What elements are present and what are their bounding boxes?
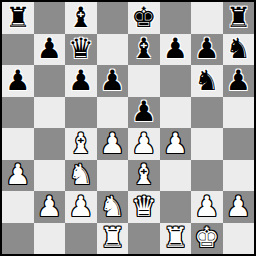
square-g7[interactable]: ♟ [191,34,223,66]
square-f6[interactable] [160,65,192,97]
square-b7[interactable]: ♟ [34,34,66,66]
square-h1[interactable] [223,223,255,255]
square-d6[interactable]: ♟ [97,65,129,97]
square-h6[interactable]: ♟ [223,65,255,97]
square-b1[interactable] [34,223,66,255]
square-a4[interactable] [2,128,34,160]
square-a1[interactable] [2,223,34,255]
square-h3[interactable] [223,160,255,192]
piece-white-pawn: ♟ [131,130,156,158]
square-e1[interactable] [128,223,160,255]
square-f2[interactable] [160,191,192,223]
piece-white-knight: ♞ [68,161,93,189]
square-e8[interactable]: ♚ [128,2,160,34]
square-h4[interactable] [223,128,255,160]
square-c2[interactable]: ♟ [65,191,97,223]
square-f1[interactable]: ♜ [160,223,192,255]
square-f8[interactable] [160,2,192,34]
piece-black-pawn: ♟ [163,35,188,63]
piece-black-knight: ♞ [194,67,219,95]
square-e6[interactable] [128,65,160,97]
piece-white-pawn: ♟ [100,130,125,158]
square-b2[interactable]: ♟ [34,191,66,223]
square-g5[interactable] [191,97,223,129]
square-c8[interactable]: ♝ [65,2,97,34]
square-c6[interactable]: ♟ [65,65,97,97]
square-a2[interactable] [2,191,34,223]
square-b4[interactable] [34,128,66,160]
piece-black-pawn: ♟ [68,67,93,95]
square-b6[interactable] [34,65,66,97]
square-a6[interactable]: ♟ [2,65,34,97]
square-h7[interactable]: ♞ [223,34,255,66]
square-b5[interactable] [34,97,66,129]
piece-black-king: ♚ [131,4,156,32]
piece-white-queen: ♛ [131,193,156,221]
square-h5[interactable] [223,97,255,129]
square-d2[interactable]: ♞ [97,191,129,223]
piece-black-pawn: ♟ [226,67,251,95]
piece-black-pawn: ♟ [37,35,62,63]
piece-white-king: ♚ [194,224,219,252]
square-f4[interactable]: ♟ [160,128,192,160]
piece-black-bishop: ♝ [68,4,93,32]
square-d8[interactable] [97,2,129,34]
square-g2[interactable]: ♟ [191,191,223,223]
square-d7[interactable] [97,34,129,66]
piece-black-pawn: ♟ [194,35,219,63]
square-d4[interactable]: ♟ [97,128,129,160]
square-a7[interactable] [2,34,34,66]
square-h8[interactable]: ♜ [223,2,255,34]
piece-white-pawn: ♟ [226,193,251,221]
piece-white-bishop: ♝ [131,161,156,189]
square-d3[interactable] [97,160,129,192]
piece-black-queen: ♛ [68,35,93,63]
piece-black-bishop: ♝ [131,35,156,63]
square-c3[interactable]: ♞ [65,160,97,192]
square-g3[interactable] [191,160,223,192]
square-e3[interactable]: ♝ [128,160,160,192]
square-d1[interactable]: ♜ [97,223,129,255]
square-a5[interactable] [2,97,34,129]
square-g6[interactable]: ♞ [191,65,223,97]
square-g8[interactable] [191,2,223,34]
square-g1[interactable]: ♚ [191,223,223,255]
square-c4[interactable]: ♝ [65,128,97,160]
square-e4[interactable]: ♟ [128,128,160,160]
square-a3[interactable]: ♟ [2,160,34,192]
piece-white-pawn: ♟ [163,130,188,158]
square-c7[interactable]: ♛ [65,34,97,66]
piece-white-knight: ♞ [100,193,125,221]
piece-white-rook: ♜ [163,224,188,252]
piece-white-pawn: ♟ [194,193,219,221]
square-c5[interactable] [65,97,97,129]
square-e2[interactable]: ♛ [128,191,160,223]
piece-white-bishop: ♝ [68,130,93,158]
piece-white-rook: ♜ [100,224,125,252]
piece-black-pawn: ♟ [131,98,156,126]
square-c1[interactable] [65,223,97,255]
square-f7[interactable]: ♟ [160,34,192,66]
square-b8[interactable] [34,2,66,34]
square-f3[interactable] [160,160,192,192]
square-a8[interactable]: ♜ [2,2,34,34]
piece-black-pawn: ♟ [5,67,30,95]
square-e7[interactable]: ♝ [128,34,160,66]
chess-board: ♜♝♚♜♟♛♝♟♟♞♟♟♟♞♟♟♝♟♟♟♟♞♝♟♟♞♛♟♟♜♜♚ [0,0,256,256]
piece-white-pawn: ♟ [37,193,62,221]
piece-white-pawn: ♟ [68,193,93,221]
piece-black-pawn: ♟ [100,67,125,95]
piece-black-rook: ♜ [226,4,251,32]
square-f5[interactable] [160,97,192,129]
piece-black-knight: ♞ [226,35,251,63]
piece-white-pawn: ♟ [5,161,30,189]
square-b3[interactable] [34,160,66,192]
square-h2[interactable]: ♟ [223,191,255,223]
piece-black-rook: ♜ [5,4,30,32]
square-e5[interactable]: ♟ [128,97,160,129]
square-d5[interactable] [97,97,129,129]
square-g4[interactable] [191,128,223,160]
